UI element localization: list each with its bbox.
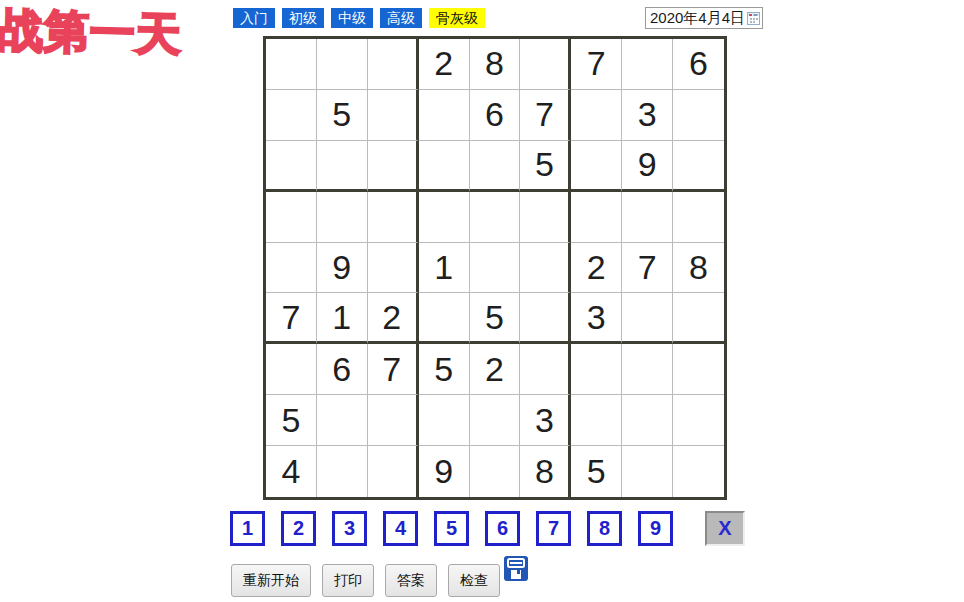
- cell-r2c8[interactable]: 3: [622, 90, 673, 141]
- numpad-key-2[interactable]: 2: [281, 511, 316, 546]
- cell-r5c7[interactable]: 2: [571, 243, 622, 294]
- difficulty-nav: 入门 初级 中级 高级 骨灰级: [233, 8, 485, 28]
- date-value: 2020年4月4日: [650, 9, 747, 28]
- cell-r2c2[interactable]: 5: [317, 90, 368, 141]
- cell-r6c8[interactable]: [622, 293, 673, 344]
- cell-r4c7[interactable]: [571, 192, 622, 243]
- cell-r6c3[interactable]: 2: [368, 293, 419, 344]
- nav-entry-level[interactable]: 入门: [233, 8, 275, 28]
- cell-r2c9[interactable]: [673, 90, 724, 141]
- cell-r7c2[interactable]: 6: [317, 344, 368, 395]
- cell-r8c7[interactable]: [571, 395, 622, 446]
- cell-r2c6[interactable]: 7: [520, 90, 571, 141]
- cell-r9c4[interactable]: 9: [419, 446, 470, 497]
- cell-r6c5[interactable]: 5: [470, 293, 521, 344]
- cell-r7c9[interactable]: [673, 344, 724, 395]
- nav-elementary-level[interactable]: 初级: [282, 8, 324, 28]
- sudoku-board: 287656735991278712536752534985: [263, 36, 727, 500]
- cell-r9c2[interactable]: [317, 446, 368, 497]
- nav-advanced-level[interactable]: 高级: [380, 8, 422, 28]
- cell-r1c7[interactable]: 7: [571, 39, 622, 90]
- cell-r5c5[interactable]: [470, 243, 521, 294]
- cell-r1c4[interactable]: 2: [419, 39, 470, 90]
- numpad-key-1[interactable]: 1: [230, 511, 265, 546]
- cell-r5c6[interactable]: [520, 243, 571, 294]
- cell-r7c7[interactable]: [571, 344, 622, 395]
- sudoku-page: { "game": "sudoku", "position": "0002807…: [0, 0, 964, 602]
- check-button[interactable]: 检查: [448, 564, 500, 597]
- cell-r8c9[interactable]: [673, 395, 724, 446]
- cell-r8c8[interactable]: [622, 395, 673, 446]
- numpad-key-8[interactable]: 8: [587, 511, 622, 546]
- cell-r4c2[interactable]: [317, 192, 368, 243]
- cell-r2c3[interactable]: [368, 90, 419, 141]
- calendar-icon[interactable]: [747, 12, 760, 25]
- cell-r5c2[interactable]: 9: [317, 243, 368, 294]
- cell-r1c9[interactable]: 6: [673, 39, 724, 90]
- cell-r3c8[interactable]: 9: [622, 141, 673, 192]
- numpad-key-6[interactable]: 6: [485, 511, 520, 546]
- numpad-clear-key[interactable]: X: [705, 511, 745, 546]
- cell-r6c2[interactable]: 1: [317, 293, 368, 344]
- number-pad: 123456789X: [230, 511, 745, 546]
- cell-r1c2[interactable]: [317, 39, 368, 90]
- cell-r1c3[interactable]: [368, 39, 419, 90]
- date-picker[interactable]: 2020年4月4日: [645, 7, 763, 29]
- cell-r3c2[interactable]: [317, 141, 368, 192]
- cell-r4c9[interactable]: [673, 192, 724, 243]
- cell-r6c6[interactable]: [520, 293, 571, 344]
- cell-r9c1[interactable]: 4: [266, 446, 317, 497]
- cell-r7c8[interactable]: [622, 344, 673, 395]
- cell-r8c3[interactable]: [368, 395, 419, 446]
- cell-r9c5[interactable]: [470, 446, 521, 497]
- cell-r6c1[interactable]: 7: [266, 293, 317, 344]
- cell-r8c1[interactable]: 5: [266, 395, 317, 446]
- nav-expert-level[interactable]: 骨灰级: [429, 8, 485, 28]
- cell-r9c3[interactable]: [368, 446, 419, 497]
- cell-r4c1[interactable]: [266, 192, 317, 243]
- cell-r3c6[interactable]: 5: [520, 141, 571, 192]
- cell-r8c2[interactable]: [317, 395, 368, 446]
- cell-r4c3[interactable]: [368, 192, 419, 243]
- cell-r4c6[interactable]: [520, 192, 571, 243]
- cell-r3c9[interactable]: [673, 141, 724, 192]
- cell-r4c4[interactable]: [419, 192, 470, 243]
- cell-r7c3[interactable]: 7: [368, 344, 419, 395]
- cell-r6c9[interactable]: [673, 293, 724, 344]
- cell-r8c6[interactable]: 3: [520, 395, 571, 446]
- cell-r7c5[interactable]: 2: [470, 344, 521, 395]
- cell-r4c8[interactable]: [622, 192, 673, 243]
- cell-r3c3[interactable]: [368, 141, 419, 192]
- cell-r7c1[interactable]: [266, 344, 317, 395]
- watermark-title: 挑战第一天: [0, 0, 183, 65]
- cell-r1c1[interactable]: [266, 39, 317, 90]
- numpad-key-4[interactable]: 4: [383, 511, 418, 546]
- print-button[interactable]: 打印: [322, 564, 374, 597]
- cell-r5c4[interactable]: 1: [419, 243, 470, 294]
- cell-r9c9[interactable]: [673, 446, 724, 497]
- cell-r5c8[interactable]: 7: [622, 243, 673, 294]
- cell-r3c7[interactable]: [571, 141, 622, 192]
- cell-r1c5[interactable]: 8: [470, 39, 521, 90]
- numpad-key-5[interactable]: 5: [434, 511, 469, 546]
- cell-r8c4[interactable]: [419, 395, 470, 446]
- numpad-key-9[interactable]: 9: [638, 511, 673, 546]
- cell-r9c8[interactable]: [622, 446, 673, 497]
- answer-button[interactable]: 答案: [385, 564, 437, 597]
- cell-r2c5[interactable]: 6: [470, 90, 521, 141]
- cell-r7c4[interactable]: 5: [419, 344, 470, 395]
- restart-button[interactable]: 重新开始: [231, 564, 311, 597]
- numpad-key-7[interactable]: 7: [536, 511, 571, 546]
- cell-r2c1[interactable]: [266, 90, 317, 141]
- cell-r1c6[interactable]: [520, 39, 571, 90]
- cell-r3c5[interactable]: [470, 141, 521, 192]
- cell-r6c7[interactable]: 3: [571, 293, 622, 344]
- cell-r3c1[interactable]: [266, 141, 317, 192]
- cell-r6c4[interactable]: [419, 293, 470, 344]
- cell-r2c4[interactable]: [419, 90, 470, 141]
- cell-r9c6[interactable]: 8: [520, 446, 571, 497]
- cell-r9c7[interactable]: 5: [571, 446, 622, 497]
- cell-r8c5[interactable]: [470, 395, 521, 446]
- numpad-key-3[interactable]: 3: [332, 511, 367, 546]
- cell-r5c1[interactable]: [266, 243, 317, 294]
- cell-r1c8[interactable]: [622, 39, 673, 90]
- cell-r5c3[interactable]: [368, 243, 419, 294]
- nav-intermediate-level[interactable]: 中级: [331, 8, 373, 28]
- cell-r5c9[interactable]: 8: [673, 243, 724, 294]
- action-bar: 重新开始 打印 答案 检查: [231, 564, 500, 597]
- cell-r4c5[interactable]: [470, 192, 521, 243]
- cell-r3c4[interactable]: [419, 141, 470, 192]
- save-icon[interactable]: [504, 555, 528, 582]
- cell-r2c7[interactable]: [571, 90, 622, 141]
- cell-r7c6[interactable]: [520, 344, 571, 395]
